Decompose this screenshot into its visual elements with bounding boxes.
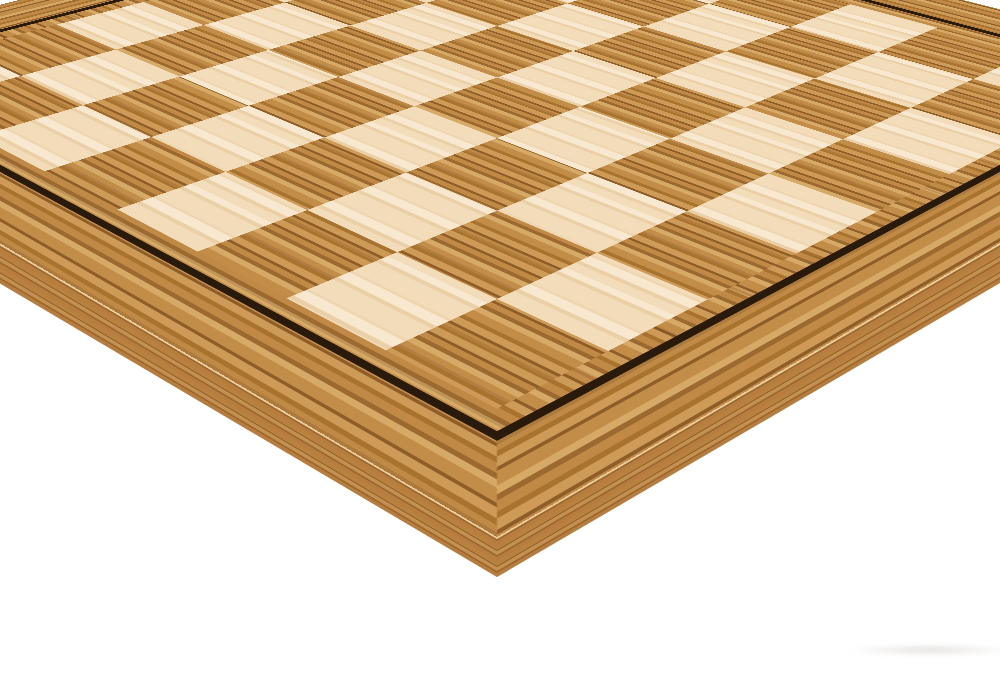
chess-board (0, 0, 1000, 537)
board-photo-scene (0, 0, 1000, 700)
board-shadow (845, 644, 1000, 656)
